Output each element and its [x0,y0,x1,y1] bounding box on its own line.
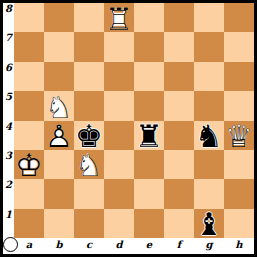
square-d3[interactable] [104,150,134,179]
rank-label-4: 4 [3,121,14,150]
square-c1[interactable] [74,209,104,238]
square-g3[interactable] [194,150,224,179]
square-g4[interactable]: ♞ [194,121,224,150]
square-b5[interactable]: ♞♘ [44,91,74,120]
square-d7[interactable] [104,32,134,61]
square-e3[interactable] [134,150,164,179]
square-a5[interactable] [14,91,44,120]
square-g8[interactable] [194,3,224,32]
white-to-move-indicator [3,237,18,252]
square-e2[interactable] [134,179,164,208]
square-g5[interactable] [194,91,224,120]
square-b3[interactable] [44,150,74,179]
square-h3[interactable] [224,150,254,179]
square-c3[interactable]: ♞♘ [74,150,104,179]
square-d2[interactable] [104,179,134,208]
square-c4[interactable]: ♚ [74,121,104,150]
piece-white-queen-h4[interactable]: ♛♕ [224,121,254,150]
square-a1[interactable] [14,209,44,238]
white-king-glyph: ♔ [14,150,44,181]
square-a2[interactable] [14,179,44,208]
chess-diagram: 87654321 ♜♖♞♘♟♙♚♜♞♛♕♚♔♞♘♝ abcdefgh [0,0,257,257]
square-a7[interactable] [14,32,44,61]
square-b6[interactable] [44,62,74,91]
square-e5[interactable] [134,91,164,120]
square-b7[interactable] [44,32,74,61]
rank-label-2: 2 [3,179,14,208]
square-e4[interactable]: ♜ [134,121,164,150]
white-knight-glyph: ♘ [74,150,104,181]
black-bishop-glyph: ♝ [194,209,224,240]
square-c6[interactable] [74,62,104,91]
piece-black-knight-g4[interactable]: ♞ [194,121,224,150]
square-h6[interactable] [224,62,254,91]
square-b4[interactable]: ♟♙ [44,121,74,150]
square-f5[interactable] [164,91,194,120]
square-a8[interactable] [14,3,44,32]
square-f8[interactable] [164,3,194,32]
rank-label-8: 8 [3,3,14,32]
square-e1[interactable] [134,209,164,238]
square-f1[interactable] [164,209,194,238]
square-h7[interactable] [224,32,254,61]
square-a6[interactable] [14,62,44,91]
square-d6[interactable] [104,62,134,91]
square-d8[interactable]: ♜♖ [104,3,134,32]
square-g7[interactable] [194,32,224,61]
square-c2[interactable] [74,179,104,208]
square-h1[interactable] [224,209,254,238]
square-c5[interactable] [74,91,104,120]
square-g1[interactable]: ♝ [194,209,224,238]
white-pawn-glyph: ♙ [44,121,74,152]
piece-white-king-a3[interactable]: ♚♔ [14,150,44,179]
board: ♜♖♞♘♟♙♚♜♞♛♕♚♔♞♘♝ [14,3,254,238]
file-label-f: f [164,238,194,254]
diagram-inner: 87654321 ♜♖♞♘♟♙♚♜♞♛♕♚♔♞♘♝ abcdefgh [3,3,254,254]
piece-white-pawn-b4[interactable]: ♟♙ [44,121,74,150]
black-knight-glyph: ♞ [194,121,224,152]
square-f7[interactable] [164,32,194,61]
file-label-e: e [134,238,164,254]
piece-black-bishop-g1[interactable]: ♝ [194,209,224,238]
rank-label-6: 6 [3,62,14,91]
square-d1[interactable] [104,209,134,238]
square-g6[interactable] [194,62,224,91]
piece-white-rook-d8[interactable]: ♜♖ [104,3,134,32]
square-h4[interactable]: ♛♕ [224,121,254,150]
square-h2[interactable] [224,179,254,208]
square-e8[interactable] [134,3,164,32]
square-f6[interactable] [164,62,194,91]
piece-white-knight-c3[interactable]: ♞♘ [74,150,104,179]
file-label-d: d [104,238,134,254]
square-b8[interactable] [44,3,74,32]
square-c7[interactable] [74,32,104,61]
piece-black-king-c4[interactable]: ♚ [74,121,104,150]
square-c8[interactable] [74,3,104,32]
piece-white-knight-b5[interactable]: ♞♘ [44,91,74,120]
square-f2[interactable] [164,179,194,208]
file-label-c: c [74,238,104,254]
square-d4[interactable] [104,121,134,150]
square-h8[interactable] [224,3,254,32]
square-f3[interactable] [164,150,194,179]
file-label-h: h [224,238,254,254]
rank-label-7: 7 [3,32,14,61]
file-label-b: b [44,238,74,254]
piece-black-rook-e4[interactable]: ♜ [134,121,164,150]
square-d5[interactable] [104,91,134,120]
square-a4[interactable] [14,121,44,150]
file-label-a: a [14,238,44,254]
square-g2[interactable] [194,179,224,208]
square-b1[interactable] [44,209,74,238]
black-rook-glyph: ♜ [134,121,164,152]
rank-label-5: 5 [3,91,14,120]
rank-label-3: 3 [3,150,14,179]
square-e7[interactable] [134,32,164,61]
white-rook-glyph: ♖ [104,3,134,34]
square-e6[interactable] [134,62,164,91]
rank-label-1: 1 [3,209,14,238]
square-a3[interactable]: ♚♔ [14,150,44,179]
rank-coordinates: 87654321 [3,3,14,238]
square-f4[interactable] [164,121,194,150]
square-b2[interactable] [44,179,74,208]
square-h5[interactable] [224,91,254,120]
white-queen-glyph: ♕ [224,121,254,152]
